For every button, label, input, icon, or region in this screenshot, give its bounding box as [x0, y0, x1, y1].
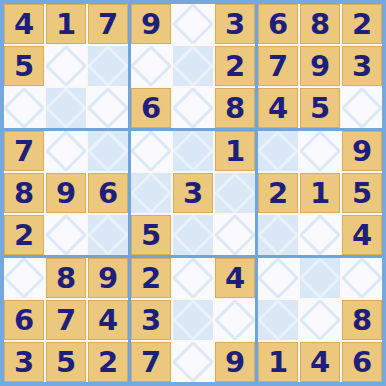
cell-r3c8: 5	[300, 88, 340, 128]
cell-r7c1[interactable]	[4, 258, 44, 298]
cell-r9c5[interactable]	[173, 342, 213, 382]
given-digit: 9	[310, 52, 330, 81]
cell-r3c3[interactable]	[88, 88, 128, 128]
diamond-pattern	[46, 215, 86, 255]
cell-r8c2: 7	[46, 300, 86, 340]
cell-r4c9: 9	[342, 131, 382, 171]
cell-r3c6: 8	[215, 88, 255, 128]
given-digit: 2	[225, 52, 245, 81]
given-digit: 1	[56, 10, 76, 39]
diamond-pattern	[88, 88, 128, 128]
cell-r8c4: 3	[131, 300, 171, 340]
cell-r5c4[interactable]	[131, 173, 171, 213]
given-digit: 9	[98, 264, 118, 293]
diamond-pattern	[342, 258, 382, 298]
given-digit: 2	[268, 179, 288, 208]
cell-r7c2: 8	[46, 258, 86, 298]
given-digit: 4	[352, 221, 372, 250]
diamond-pattern	[258, 131, 298, 171]
given-digit: 4	[14, 10, 34, 39]
given-digit: 7	[141, 348, 161, 377]
given-digit: 2	[14, 221, 34, 250]
diamond-pattern	[173, 4, 213, 44]
cell-r3c1[interactable]	[4, 88, 44, 128]
cell-r6c7[interactable]	[258, 215, 298, 255]
cell-r2c4[interactable]	[131, 46, 171, 86]
cell-r6c8[interactable]	[300, 215, 340, 255]
sudoku-board: 4179368252793684571989632152548924674383…	[0, 0, 386, 386]
cell-r7c9[interactable]	[342, 258, 382, 298]
cell-r2c7: 7	[258, 46, 298, 86]
given-digit: 8	[14, 179, 34, 208]
given-digit: 9	[56, 179, 76, 208]
given-digit: 7	[14, 137, 34, 166]
diamond-pattern	[258, 215, 298, 255]
given-digit: 5	[352, 179, 372, 208]
diamond-pattern	[88, 131, 128, 171]
given-digit: 8	[225, 94, 245, 123]
cell-r7c5[interactable]	[173, 258, 213, 298]
given-digit: 5	[141, 221, 161, 250]
given-digit: 2	[98, 348, 118, 377]
cell-r8c9: 8	[342, 300, 382, 340]
cell-r6c6[interactable]	[215, 215, 255, 255]
diamond-pattern	[173, 342, 213, 382]
cell-r2c1: 5	[4, 46, 44, 86]
given-digit: 1	[225, 137, 245, 166]
diamond-pattern	[173, 88, 213, 128]
cell-r5c1: 8	[4, 173, 44, 213]
cell-r9c7: 1	[258, 342, 298, 382]
given-digit: 3	[352, 52, 372, 81]
given-digit: 2	[141, 264, 161, 293]
diamond-pattern	[173, 215, 213, 255]
given-digit: 3	[225, 10, 245, 39]
cell-r5c2: 9	[46, 173, 86, 213]
cell-r9c6: 9	[215, 342, 255, 382]
given-digit: 7	[268, 52, 288, 81]
diamond-pattern	[215, 300, 255, 340]
cell-r9c3: 2	[88, 342, 128, 382]
diamond-pattern	[173, 46, 213, 86]
cell-r1c3: 7	[88, 4, 128, 44]
given-digit: 4	[98, 306, 118, 335]
cell-r5c6[interactable]	[215, 173, 255, 213]
cell-r8c6[interactable]	[215, 300, 255, 340]
cell-r1c8: 8	[300, 4, 340, 44]
cell-r1c2: 1	[46, 4, 86, 44]
cell-r5c5: 3	[173, 173, 213, 213]
cell-r8c7[interactable]	[258, 300, 298, 340]
cell-r2c3[interactable]	[88, 46, 128, 86]
cell-r5c7: 2	[258, 173, 298, 213]
cell-r3c7: 4	[258, 88, 298, 128]
cell-r8c5[interactable]	[173, 300, 213, 340]
given-digit: 6	[98, 179, 118, 208]
cell-r4c5[interactable]	[173, 131, 213, 171]
diamond-pattern	[258, 300, 298, 340]
given-digit: 3	[14, 348, 34, 377]
given-digit: 8	[56, 264, 76, 293]
cell-r1c1: 4	[4, 4, 44, 44]
diamond-pattern	[131, 131, 171, 171]
cell-r2c5[interactable]	[173, 46, 213, 86]
diamond-pattern	[173, 300, 213, 340]
cell-r6c2[interactable]	[46, 215, 86, 255]
given-digit: 9	[352, 137, 372, 166]
cell-r7c3: 9	[88, 258, 128, 298]
given-digit: 1	[310, 179, 330, 208]
given-digit: 1	[268, 348, 288, 377]
cell-r3c9[interactable]	[342, 88, 382, 128]
diamond-pattern	[300, 131, 340, 171]
given-digit: 7	[98, 10, 118, 39]
given-digit: 6	[268, 10, 288, 39]
diamond-pattern	[215, 215, 255, 255]
cell-r8c1: 6	[4, 300, 44, 340]
given-digit: 8	[310, 10, 330, 39]
cell-r5c8: 1	[300, 173, 340, 213]
cell-r3c4: 6	[131, 88, 171, 128]
diamond-pattern	[4, 258, 44, 298]
diamond-pattern	[215, 173, 255, 213]
diamond-pattern	[300, 258, 340, 298]
cell-r5c3: 6	[88, 173, 128, 213]
given-digit: 9	[225, 348, 245, 377]
cell-r2c2[interactable]	[46, 46, 86, 86]
given-digit: 4	[310, 348, 330, 377]
cell-r6c1: 2	[4, 215, 44, 255]
cell-r4c2[interactable]	[46, 131, 86, 171]
cell-r9c2: 5	[46, 342, 86, 382]
cell-r7c4: 2	[131, 258, 171, 298]
cell-r4c4[interactable]	[131, 131, 171, 171]
given-digit: 6	[141, 94, 161, 123]
cell-r8c3: 4	[88, 300, 128, 340]
cell-r1c7: 6	[258, 4, 298, 44]
diamond-pattern	[4, 88, 44, 128]
cell-r2c8: 9	[300, 46, 340, 86]
diamond-pattern	[88, 215, 128, 255]
given-digit: 7	[56, 306, 76, 335]
diamond-pattern	[258, 258, 298, 298]
cell-r9c8: 4	[300, 342, 340, 382]
given-digit: 4	[225, 264, 245, 293]
given-digit: 9	[141, 10, 161, 39]
given-digit: 3	[183, 179, 203, 208]
given-digit: 5	[56, 348, 76, 377]
cell-r2c6: 2	[215, 46, 255, 86]
diamond-pattern	[46, 131, 86, 171]
given-digit: 5	[310, 94, 330, 123]
cell-r4c1: 7	[4, 131, 44, 171]
given-digit: 4	[268, 94, 288, 123]
cell-r9c1: 3	[4, 342, 44, 382]
given-digit: 6	[14, 306, 34, 335]
cell-r6c4: 5	[131, 215, 171, 255]
cell-r4c7[interactable]	[258, 131, 298, 171]
given-digit: 3	[141, 306, 161, 335]
diamond-pattern	[88, 46, 128, 86]
cell-r2c9: 3	[342, 46, 382, 86]
given-digit: 5	[14, 52, 34, 81]
given-digit: 6	[352, 348, 372, 377]
cell-r7c7[interactable]	[258, 258, 298, 298]
cell-r4c6: 1	[215, 131, 255, 171]
cell-r6c3[interactable]	[88, 215, 128, 255]
cell-r5c9: 5	[342, 173, 382, 213]
cell-r3c2[interactable]	[46, 88, 86, 128]
cell-r1c9: 2	[342, 4, 382, 44]
given-digit: 2	[352, 10, 372, 39]
cell-r7c6: 4	[215, 258, 255, 298]
cell-r1c5[interactable]	[173, 4, 213, 44]
diamond-pattern	[46, 88, 86, 128]
given-digit: 8	[352, 306, 372, 335]
cell-r3c5[interactable]	[173, 88, 213, 128]
cell-r8c8[interactable]	[300, 300, 340, 340]
cell-r4c3[interactable]	[88, 131, 128, 171]
cell-r7c8[interactable]	[300, 258, 340, 298]
cell-r4c8[interactable]	[300, 131, 340, 171]
diamond-pattern	[342, 88, 382, 128]
diamond-pattern	[173, 131, 213, 171]
cell-r6c5[interactable]	[173, 215, 213, 255]
cell-r9c9: 6	[342, 342, 382, 382]
diamond-pattern	[300, 215, 340, 255]
diamond-pattern	[300, 300, 340, 340]
cell-r6c9: 4	[342, 215, 382, 255]
diamond-pattern	[131, 46, 171, 86]
cell-r1c4: 9	[131, 4, 171, 44]
diamond-pattern	[173, 258, 213, 298]
cell-r9c4: 7	[131, 342, 171, 382]
diamond-pattern	[46, 46, 86, 86]
diamond-pattern	[131, 173, 171, 213]
cell-r1c6: 3	[215, 4, 255, 44]
